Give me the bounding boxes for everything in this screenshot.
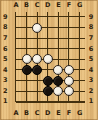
- row-label-4: 4: [85, 65, 97, 76]
- intersection-B3[interactable]: [21, 75, 32, 86]
- black-stone-B4: [22, 65, 32, 75]
- intersection-D6[interactable]: [42, 43, 53, 54]
- row-label-3: 3: [0, 75, 11, 86]
- intersection-D1[interactable]: [42, 96, 53, 107]
- intersection-E4[interactable]: [53, 65, 64, 76]
- intersection-G2[interactable]: [74, 86, 85, 97]
- intersection-D7[interactable]: [42, 33, 53, 44]
- intersection-C1[interactable]: [32, 96, 43, 107]
- col-label-b: B: [21, 107, 32, 119]
- row-label-6: 6: [85, 43, 97, 54]
- col-label-e: E: [53, 0, 64, 11]
- column-labels-bottom: A B C D E F G: [11, 107, 85, 119]
- intersection-E2[interactable]: [53, 86, 64, 97]
- intersection-F7[interactable]: [64, 33, 75, 44]
- intersection-B5[interactable]: [21, 54, 32, 65]
- intersection-B7[interactable]: [21, 33, 32, 44]
- intersection-D8[interactable]: [42, 22, 53, 33]
- intersection-B1[interactable]: [21, 96, 32, 107]
- col-label-c: C: [32, 107, 43, 119]
- white-stone-D5: [43, 54, 53, 64]
- intersection-E8[interactable]: [53, 22, 64, 33]
- intersection-C4[interactable]: [32, 65, 43, 76]
- row-label-5: 5: [0, 54, 11, 65]
- intersection-D2[interactable]: [42, 86, 53, 97]
- intersection-F4[interactable]: [64, 65, 75, 76]
- intersection-B2[interactable]: [21, 86, 32, 97]
- row-label-5: 5: [85, 54, 97, 65]
- intersection-D3[interactable]: [42, 75, 53, 86]
- intersection-F5[interactable]: [64, 54, 75, 65]
- row-label-1: 1: [85, 96, 97, 107]
- intersection-G1[interactable]: [74, 96, 85, 107]
- intersection-D4[interactable]: [42, 65, 53, 76]
- intersection-D5[interactable]: [42, 54, 53, 65]
- col-label-b: B: [21, 0, 32, 11]
- intersection-F2[interactable]: [64, 86, 75, 97]
- white-stone-E2: [53, 86, 63, 96]
- intersection-A6[interactable]: [11, 43, 22, 54]
- intersection-C6[interactable]: [32, 43, 43, 54]
- row-label-8: 8: [85, 22, 97, 33]
- intersection-E9[interactable]: [53, 12, 64, 23]
- row-label-2: 2: [85, 86, 97, 97]
- intersection-E6[interactable]: [53, 43, 64, 54]
- intersection-F8[interactable]: [64, 22, 75, 33]
- column-labels-top: A B C D E F G: [11, 0, 85, 11]
- board-grid: [11, 12, 85, 107]
- row-label-1: 1: [0, 96, 11, 107]
- black-stone-C4: [32, 65, 42, 75]
- intersection-G8[interactable]: [74, 22, 85, 33]
- col-label-d: D: [42, 107, 53, 119]
- white-stone-C5: [32, 54, 42, 64]
- white-stone-E4: [53, 65, 63, 75]
- intersection-A9[interactable]: [11, 12, 22, 23]
- intersection-B4[interactable]: [21, 65, 32, 76]
- intersection-A4[interactable]: [11, 65, 22, 76]
- intersection-F1[interactable]: [64, 96, 75, 107]
- col-label-d: D: [42, 0, 53, 11]
- intersection-A2[interactable]: [11, 86, 22, 97]
- intersection-G6[interactable]: [74, 43, 85, 54]
- intersection-F6[interactable]: [64, 43, 75, 54]
- intersection-G5[interactable]: [74, 54, 85, 65]
- col-label-f: F: [64, 0, 75, 11]
- white-stone-F4: [64, 65, 74, 75]
- intersection-G3[interactable]: [74, 75, 85, 86]
- intersection-E3[interactable]: [53, 75, 64, 86]
- col-label-a: A: [11, 107, 22, 119]
- row-label-2: 2: [0, 86, 11, 97]
- row-label-8: 8: [0, 22, 11, 33]
- intersection-D9[interactable]: [42, 12, 53, 23]
- col-label-f: F: [64, 107, 75, 119]
- white-stone-F3: [64, 76, 74, 86]
- intersection-F3[interactable]: [64, 75, 75, 86]
- row-label-4: 4: [0, 65, 11, 76]
- intersection-E1[interactable]: [53, 96, 64, 107]
- intersection-B6[interactable]: [21, 43, 32, 54]
- black-stone-D2: [43, 86, 53, 96]
- intersection-G7[interactable]: [74, 33, 85, 44]
- black-stone-E3: [53, 76, 63, 86]
- black-stone-D3: [43, 76, 53, 86]
- row-label-7: 7: [85, 33, 97, 44]
- intersection-A7[interactable]: [11, 33, 22, 44]
- intersection-A8[interactable]: [11, 22, 22, 33]
- intersection-B8[interactable]: [21, 22, 32, 33]
- intersection-B9[interactable]: [21, 12, 32, 23]
- intersection-C2[interactable]: [32, 86, 43, 97]
- intersection-G9[interactable]: [74, 12, 85, 23]
- row-label-9: 9: [0, 12, 11, 23]
- intersection-G4[interactable]: [74, 65, 85, 76]
- intersection-F9[interactable]: [64, 12, 75, 23]
- go-board: A B C D E F G 9 8 7 6 5 4 3 2 1 9 8 7 6 …: [0, 0, 98, 120]
- col-label-e: E: [53, 107, 64, 119]
- row-label-3: 3: [85, 75, 97, 86]
- col-label-a: A: [11, 0, 22, 11]
- row-labels-right: 9 8 7 6 5 4 3 2 1: [85, 12, 97, 107]
- intersection-C9[interactable]: [32, 12, 43, 23]
- white-stone-F2: [64, 86, 74, 96]
- row-label-6: 6: [0, 43, 11, 54]
- intersection-C8[interactable]: [32, 22, 43, 33]
- row-labels-left: 9 8 7 6 5 4 3 2 1: [0, 12, 11, 107]
- row-label-7: 7: [0, 33, 11, 44]
- row-label-9: 9: [85, 12, 97, 23]
- intersection-C5[interactable]: [32, 54, 43, 65]
- intersection-A5[interactable]: [11, 54, 22, 65]
- intersection-A1[interactable]: [11, 96, 22, 107]
- white-stone-C8: [32, 23, 42, 33]
- intersection-A3[interactable]: [11, 75, 22, 86]
- white-stone-B5: [22, 54, 32, 64]
- intersection-E5[interactable]: [53, 54, 64, 65]
- intersection-C7[interactable]: [32, 33, 43, 44]
- intersection-C3[interactable]: [32, 75, 43, 86]
- col-label-g: G: [74, 107, 85, 119]
- col-label-g: G: [74, 0, 85, 11]
- col-label-c: C: [32, 0, 43, 11]
- intersection-E7[interactable]: [53, 33, 64, 44]
